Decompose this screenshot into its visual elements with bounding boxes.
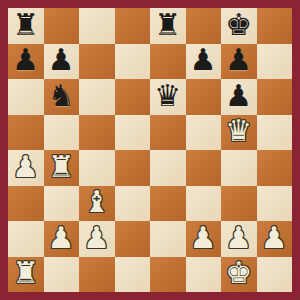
square-h4[interactable] <box>257 150 293 186</box>
square-b3[interactable] <box>44 186 80 222</box>
square-d6[interactable] <box>115 79 151 115</box>
piece-black-pawn-b7: ♟ <box>48 45 75 75</box>
square-f7[interactable]: ♟ <box>186 44 222 80</box>
square-g2[interactable]: ♟ <box>221 221 257 257</box>
square-f6[interactable] <box>186 79 222 115</box>
piece-black-rook-a8: ♜ <box>12 10 39 40</box>
piece-black-pawn-g7: ♟ <box>225 45 252 75</box>
square-d3[interactable] <box>115 186 151 222</box>
square-b6[interactable]: ♞ <box>44 79 80 115</box>
square-c2[interactable]: ♟ <box>79 221 115 257</box>
square-e1[interactable] <box>150 257 186 293</box>
square-g1[interactable]: ♚ <box>221 257 257 293</box>
square-h7[interactable] <box>257 44 293 80</box>
square-c8[interactable] <box>79 8 115 44</box>
piece-white-pawn-a4: ♟ <box>12 152 39 182</box>
square-a7[interactable]: ♟ <box>8 44 44 80</box>
square-e2[interactable] <box>150 221 186 257</box>
square-a1[interactable]: ♜ <box>8 257 44 293</box>
square-e4[interactable] <box>150 150 186 186</box>
square-g8[interactable]: ♚ <box>221 8 257 44</box>
piece-white-pawn-c2: ♟ <box>83 223 110 253</box>
piece-black-pawn-g6: ♟ <box>225 81 252 111</box>
piece-black-king-g8: ♚ <box>225 10 252 40</box>
square-c6[interactable] <box>79 79 115 115</box>
square-a6[interactable] <box>8 79 44 115</box>
square-f2[interactable]: ♟ <box>186 221 222 257</box>
square-g7[interactable]: ♟ <box>221 44 257 80</box>
square-c7[interactable] <box>79 44 115 80</box>
square-f8[interactable] <box>186 8 222 44</box>
square-b8[interactable] <box>44 8 80 44</box>
square-a5[interactable] <box>8 115 44 151</box>
square-f1[interactable] <box>186 257 222 293</box>
square-b1[interactable] <box>44 257 80 293</box>
square-h5[interactable] <box>257 115 293 151</box>
piece-black-rook-e8: ♜ <box>154 10 181 40</box>
piece-white-pawn-h2: ♟ <box>261 223 288 253</box>
piece-white-king-g1: ♚ <box>225 258 252 288</box>
square-a4[interactable]: ♟ <box>8 150 44 186</box>
square-d4[interactable] <box>115 150 151 186</box>
square-d2[interactable] <box>115 221 151 257</box>
piece-black-knight-b6: ♞ <box>48 81 75 111</box>
square-b7[interactable]: ♟ <box>44 44 80 80</box>
square-e3[interactable] <box>150 186 186 222</box>
square-d5[interactable] <box>115 115 151 151</box>
square-d7[interactable] <box>115 44 151 80</box>
square-b2[interactable]: ♟ <box>44 221 80 257</box>
chess-board: ♜♜♚♟♟♟♟♞♛♟♛♟♜♝♟♟♟♟♟♜♚ <box>8 8 292 292</box>
piece-white-bishop-c3: ♝ <box>83 187 110 217</box>
square-e7[interactable] <box>150 44 186 80</box>
square-d8[interactable] <box>115 8 151 44</box>
square-c4[interactable] <box>79 150 115 186</box>
square-a2[interactable] <box>8 221 44 257</box>
square-e8[interactable]: ♜ <box>150 8 186 44</box>
square-g3[interactable] <box>221 186 257 222</box>
square-g5[interactable]: ♛ <box>221 115 257 151</box>
piece-white-pawn-g2: ♟ <box>225 223 252 253</box>
square-e6[interactable]: ♛ <box>150 79 186 115</box>
square-c5[interactable] <box>79 115 115 151</box>
square-g4[interactable] <box>221 150 257 186</box>
square-h1[interactable] <box>257 257 293 293</box>
square-e5[interactable] <box>150 115 186 151</box>
piece-black-queen-e6: ♛ <box>154 81 181 111</box>
piece-white-pawn-b2: ♟ <box>48 223 75 253</box>
square-c1[interactable] <box>79 257 115 293</box>
square-g6[interactable]: ♟ <box>221 79 257 115</box>
piece-white-queen-g5: ♛ <box>225 116 252 146</box>
chess-board-frame: ♜♜♚♟♟♟♟♞♛♟♛♟♜♝♟♟♟♟♟♜♚ <box>0 0 300 300</box>
piece-white-rook-a1: ♜ <box>12 258 39 288</box>
square-f3[interactable] <box>186 186 222 222</box>
square-a8[interactable]: ♜ <box>8 8 44 44</box>
square-h6[interactable] <box>257 79 293 115</box>
square-h8[interactable] <box>257 8 293 44</box>
square-f4[interactable] <box>186 150 222 186</box>
square-b4[interactable]: ♜ <box>44 150 80 186</box>
piece-black-pawn-f7: ♟ <box>190 45 217 75</box>
piece-white-rook-b4: ♜ <box>48 152 75 182</box>
piece-white-pawn-f2: ♟ <box>190 223 217 253</box>
square-h3[interactable] <box>257 186 293 222</box>
square-a3[interactable] <box>8 186 44 222</box>
square-f5[interactable] <box>186 115 222 151</box>
square-h2[interactable]: ♟ <box>257 221 293 257</box>
square-b5[interactable] <box>44 115 80 151</box>
piece-black-pawn-a7: ♟ <box>12 45 39 75</box>
square-d1[interactable] <box>115 257 151 293</box>
square-c3[interactable]: ♝ <box>79 186 115 222</box>
